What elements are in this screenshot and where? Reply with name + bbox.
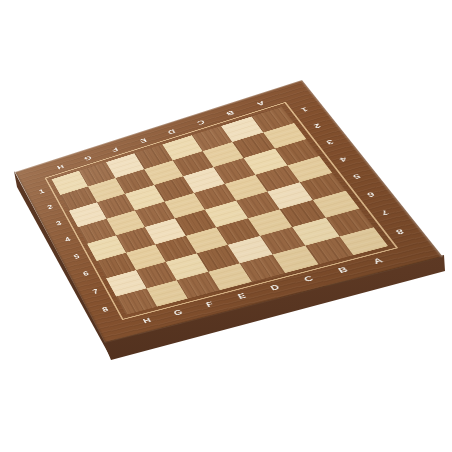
chessboard: HGFEDCBA HGFEDCBA 12345678 12345678: [15, 80, 443, 343]
playing-area: [52, 107, 388, 315]
chessboard-product-photo: HGFEDCBA HGFEDCBA 12345678 12345678: [0, 0, 452, 452]
